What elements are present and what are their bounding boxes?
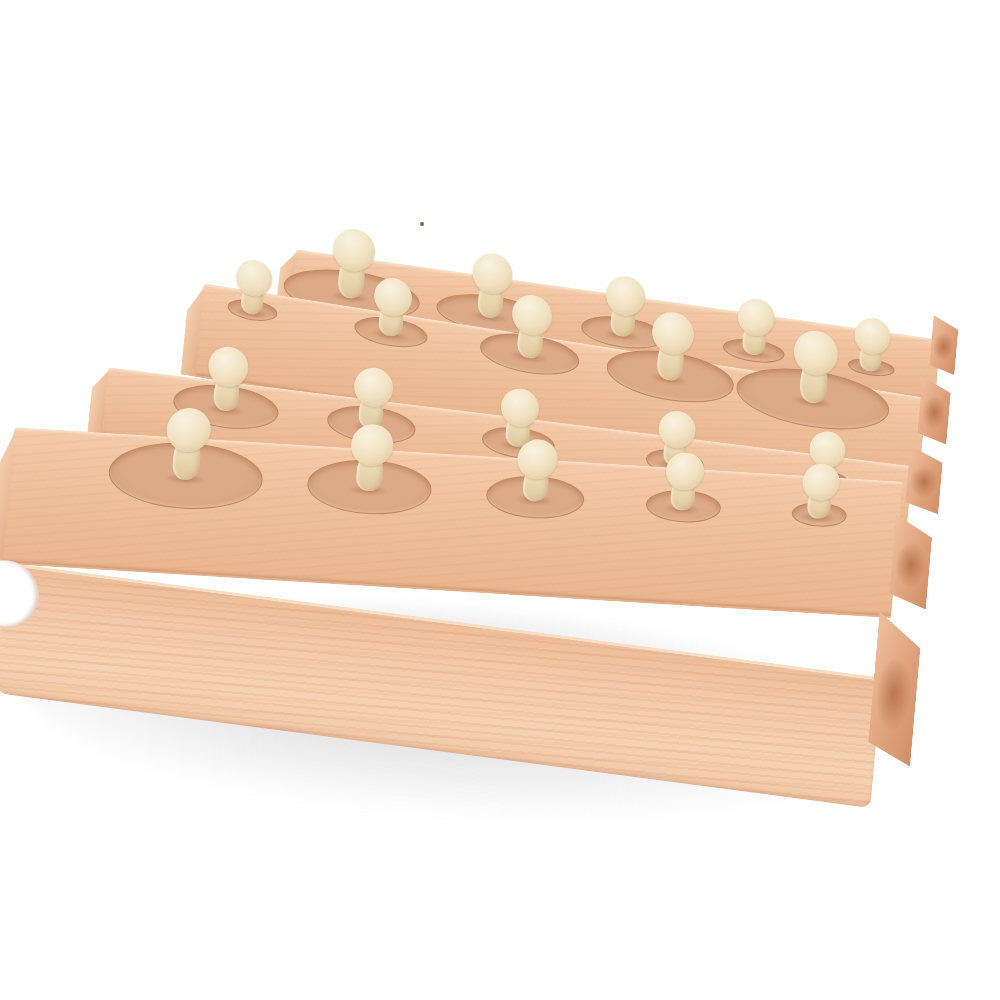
dust-speck	[420, 222, 424, 226]
cylinder-knob	[648, 309, 696, 384]
knob-ball	[650, 309, 695, 357]
cylinder-block-board	[0, 248, 946, 886]
knob-ball	[352, 365, 394, 409]
cylinder-knob	[799, 463, 841, 521]
knob-ball	[792, 328, 839, 379]
knob-ball	[664, 451, 705, 491]
block-right-end-face	[888, 514, 934, 609]
product-photo-scene	[0, 0, 1000, 1000]
cylinder-knob	[329, 226, 377, 302]
knob-ball	[736, 296, 776, 338]
knob-ball	[604, 274, 646, 318]
cylinder-knob	[347, 423, 395, 493]
block-right-end-face	[916, 376, 952, 444]
cylinder-knob	[790, 328, 840, 408]
knob-ball	[349, 423, 395, 467]
knob-ball	[853, 316, 892, 357]
knob-ball	[471, 251, 514, 296]
knob-ball	[516, 438, 559, 480]
knob-ball	[331, 226, 376, 274]
cylinder-knob	[602, 274, 646, 340]
finger-notch	[0, 556, 41, 630]
cylinder-knob	[663, 451, 706, 512]
end-face-notch	[874, 651, 917, 736]
knob-ball	[801, 463, 841, 502]
end-face-notch	[933, 330, 957, 363]
cylinder-knob	[852, 316, 892, 375]
cylinder-knob	[371, 275, 414, 340]
cylinder-knob	[350, 365, 394, 432]
knob-ball	[373, 275, 414, 319]
cylinder-knob	[205, 345, 250, 415]
knob-ball	[207, 345, 250, 390]
end-face-notch	[894, 539, 929, 591]
cylinder-knob	[469, 251, 514, 321]
knob-ball	[235, 257, 274, 299]
knob-ball	[657, 409, 697, 450]
cylinder-knob	[233, 257, 273, 317]
knob-ball	[499, 387, 540, 429]
cylinder-knob	[162, 407, 212, 482]
cylinder-knob	[514, 438, 559, 503]
end-face-notch	[921, 394, 949, 432]
cylinder-knob	[508, 292, 553, 362]
block-right-end-face	[929, 315, 960, 375]
knob-ball	[165, 407, 213, 454]
knob-ball	[511, 292, 554, 338]
end-face-notch	[910, 463, 941, 501]
cylinder-knob	[734, 296, 776, 358]
block-right-end-face	[904, 445, 944, 514]
